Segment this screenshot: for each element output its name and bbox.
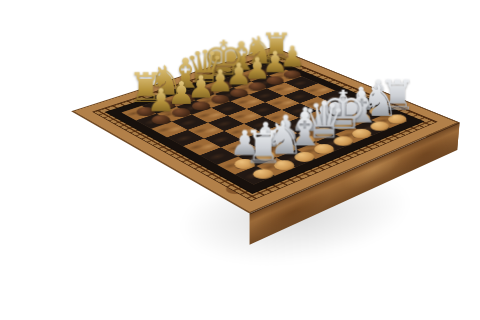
black-pawn-a7[interactable]: ♟ [142,85,179,125]
rook-piece-glyph: ♜ [242,125,283,170]
piece-wood-base [253,169,273,179]
photo-scene: ♜♞♝♛♚♝♞♜♟♟♟♟♟♟♟♟♟♟♟♟♟♟♟♟♜♞♝♛♚♝♞♜ [0,0,480,320]
pawn-piece-glyph: ♟ [146,85,175,117]
white-rook-a1[interactable]: ♜ [242,125,283,180]
piece-wood-base [151,115,169,124]
